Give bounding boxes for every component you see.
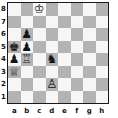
square-c4[interactable] (33, 53, 46, 66)
square-c5[interactable] (33, 41, 46, 54)
square-a6[interactable] (8, 28, 21, 41)
square-h3[interactable] (96, 66, 109, 79)
square-g2[interactable] (83, 78, 96, 91)
file-label-g: g (83, 105, 96, 117)
square-e5[interactable] (58, 41, 71, 54)
rank-label-8: 8 (0, 3, 7, 16)
file-label-d: d (46, 105, 59, 117)
square-f4[interactable] (71, 53, 84, 66)
piece-black-pawn: ♟ (9, 53, 20, 66)
piece-black-knight: ♞ (46, 53, 57, 66)
file-label-e: e (58, 105, 71, 117)
square-d8[interactable] (46, 3, 59, 16)
square-g5[interactable] (83, 41, 96, 54)
square-b1[interactable] (21, 91, 34, 104)
file-label-f: f (71, 105, 84, 117)
chess-diagram: 87654321 ♔♟♚♟♟♖♞♕♙ abcdefgh (0, 0, 118, 118)
square-h6[interactable] (96, 28, 109, 41)
square-c1[interactable] (33, 91, 46, 104)
square-b4[interactable]: ♖ (21, 53, 34, 66)
square-b7[interactable] (21, 16, 34, 29)
square-f1[interactable] (71, 91, 84, 104)
square-f8[interactable] (71, 3, 84, 16)
square-e6[interactable] (58, 28, 71, 41)
square-c7[interactable] (33, 16, 46, 29)
square-e8[interactable] (58, 3, 71, 16)
rank-label-3: 3 (0, 66, 7, 79)
chess-board: ♔♟♚♟♟♖♞♕♙ (7, 2, 109, 104)
piece-white-king: ♔ (34, 3, 45, 16)
square-c8[interactable]: ♔ (33, 3, 46, 16)
piece-black-king: ♚ (9, 41, 20, 54)
rank-label-6: 6 (0, 28, 7, 41)
square-f5[interactable] (71, 41, 84, 54)
rank-label-2: 2 (0, 78, 7, 91)
square-b6[interactable]: ♟ (21, 28, 34, 41)
square-h5[interactable] (96, 41, 109, 54)
square-a3[interactable]: ♕ (8, 66, 21, 79)
square-e7[interactable] (58, 16, 71, 29)
piece-black-pawn: ♟ (21, 41, 32, 54)
square-b3[interactable] (21, 66, 34, 79)
square-d6[interactable] (46, 28, 59, 41)
piece-white-rook: ♖ (21, 53, 32, 66)
square-a5[interactable]: ♚ (8, 41, 21, 54)
square-f6[interactable] (71, 28, 84, 41)
square-a7[interactable] (8, 16, 21, 29)
rank-label-7: 7 (0, 16, 7, 29)
piece-white-pawn: ♙ (46, 78, 57, 91)
piece-white-queen: ♕ (9, 66, 20, 79)
square-e1[interactable] (58, 91, 71, 104)
rank-labels: 87654321 (0, 3, 7, 103)
rank-label-1: 1 (0, 91, 7, 104)
square-a2[interactable] (8, 78, 21, 91)
square-a8[interactable] (8, 3, 21, 16)
file-label-b: b (21, 105, 34, 117)
square-a4[interactable]: ♟ (8, 53, 21, 66)
square-c2[interactable] (33, 78, 46, 91)
file-label-a: a (8, 105, 21, 117)
square-g3[interactable] (83, 66, 96, 79)
square-d4[interactable]: ♞ (46, 53, 59, 66)
square-d7[interactable] (46, 16, 59, 29)
square-h7[interactable] (96, 16, 109, 29)
square-h8[interactable] (96, 3, 109, 16)
square-h2[interactable] (96, 78, 109, 91)
square-h1[interactable] (96, 91, 109, 104)
rank-label-5: 5 (0, 41, 7, 54)
square-b5[interactable]: ♟ (21, 41, 34, 54)
square-h4[interactable] (96, 53, 109, 66)
square-e4[interactable] (58, 53, 71, 66)
square-g7[interactable] (83, 16, 96, 29)
square-f2[interactable] (71, 78, 84, 91)
square-c3[interactable] (33, 66, 46, 79)
square-d1[interactable] (46, 91, 59, 104)
square-c6[interactable] (33, 28, 46, 41)
square-f3[interactable] (71, 66, 84, 79)
square-e3[interactable] (58, 66, 71, 79)
file-label-h: h (96, 105, 109, 117)
square-g1[interactable] (83, 91, 96, 104)
square-g8[interactable] (83, 3, 96, 16)
file-label-c: c (33, 105, 46, 117)
square-b2[interactable] (21, 78, 34, 91)
square-g4[interactable] (83, 53, 96, 66)
square-e2[interactable] (58, 78, 71, 91)
piece-black-pawn: ♟ (21, 28, 32, 41)
square-d2[interactable]: ♙ (46, 78, 59, 91)
square-f7[interactable] (71, 16, 84, 29)
square-d3[interactable] (46, 66, 59, 79)
square-a1[interactable] (8, 91, 21, 104)
square-d5[interactable] (46, 41, 59, 54)
rank-label-4: 4 (0, 53, 7, 66)
square-g6[interactable] (83, 28, 96, 41)
square-b8[interactable] (21, 3, 34, 16)
file-labels: abcdefgh (8, 105, 108, 117)
